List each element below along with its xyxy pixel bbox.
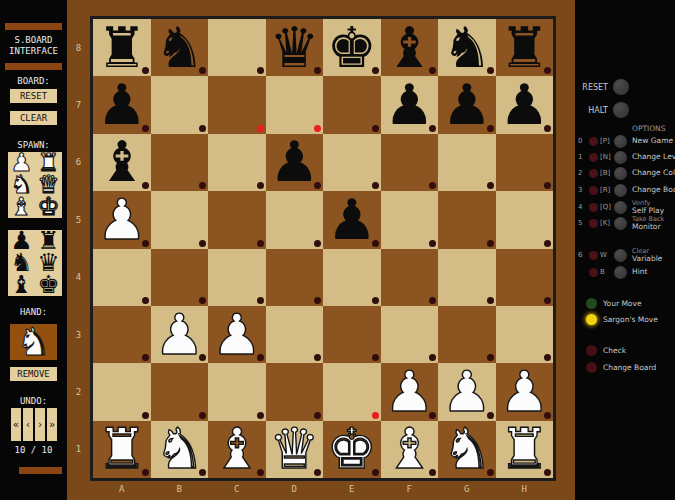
square-f7[interactable]: ♟ [381, 76, 439, 133]
square-e4[interactable] [323, 249, 381, 306]
decor-bar-mid [5, 63, 62, 70]
square-e3[interactable] [323, 306, 381, 363]
decor-bar-top [5, 23, 62, 30]
option-led-change-color [589, 169, 598, 178]
sensor-dot-c5 [257, 240, 264, 247]
sensor-dot-a4 [142, 297, 149, 304]
square-a7[interactable]: ♟ [93, 76, 151, 133]
sensor-dot-e2 [372, 412, 379, 419]
square-a5[interactable]: ♟ [93, 191, 151, 248]
square-b4[interactable] [151, 249, 209, 306]
file-labels: ABCDEFGH [93, 481, 553, 497]
sensor-dot-f3 [429, 354, 436, 361]
sensor-dot-e7 [372, 125, 379, 132]
square-c1[interactable]: ♝ [208, 421, 266, 478]
square-b8[interactable]: ♞ [151, 19, 209, 76]
option-row-change-board: 3[R]Change Board [575, 182, 675, 198]
square-a1[interactable]: ♜ [93, 421, 151, 478]
file-label-f: F [381, 481, 439, 497]
option-index: 4 [578, 199, 587, 215]
spawn-tray-white: ♟♜♞♛♝♚ [8, 152, 62, 218]
sensor-dot-d8 [314, 67, 321, 74]
square-c7[interactable] [208, 76, 266, 133]
black-pawn: ♟ [438, 76, 496, 133]
spawn-black-bishop[interactable]: ♝ [8, 274, 35, 296]
status-label-your-move: Your Move [603, 297, 642, 310]
sensor-dot-d5 [314, 240, 321, 247]
square-b3[interactable]: ♟ [151, 306, 209, 363]
status-row-your-move: Your Move [575, 297, 675, 310]
sensor-dot-f5 [429, 240, 436, 247]
rank-label-5: 5 [67, 191, 90, 248]
square-f4[interactable] [381, 249, 439, 306]
option-led-change-level [589, 153, 598, 162]
option-key-label: B [600, 264, 615, 280]
square-h1[interactable]: ♜ [496, 421, 554, 478]
file-label-e: E [323, 481, 381, 497]
square-b2[interactable] [151, 363, 209, 420]
undo-counter: 10 / 10 [0, 445, 67, 455]
rank-label-7: 7 [67, 76, 90, 133]
option-button-change-board[interactable] [614, 184, 627, 197]
sensor-dot-g4 [487, 297, 494, 304]
sensor-dot-f1 [429, 469, 436, 476]
halt-label: HALT [575, 106, 608, 115]
option-row-new-game: 0[P]New Game [575, 133, 675, 149]
square-d8[interactable]: ♛ [266, 19, 324, 76]
option-row-change-level: 1[N]Change Level [575, 149, 675, 165]
undo-start-button[interactable]: « [11, 408, 21, 441]
square-g7[interactable]: ♟ [438, 76, 496, 133]
option-button-new-game[interactable] [614, 135, 627, 148]
square-e6[interactable] [323, 134, 381, 191]
decor-bar-bottom [19, 467, 62, 474]
spawn-white-king[interactable]: ♚ [35, 196, 62, 218]
sensor-dot-d2 [314, 412, 321, 419]
square-h4[interactable] [496, 249, 554, 306]
option-led-self-play [589, 203, 598, 212]
option-key-label: [N] [600, 149, 615, 165]
option-index: 1 [578, 149, 587, 165]
rank-label-8: 8 [67, 19, 90, 76]
sensor-dot-e3 [372, 354, 379, 361]
sensor-dot-c4 [257, 297, 264, 304]
option-led-hint [589, 268, 598, 277]
sensor-dot-e6 [372, 182, 379, 189]
black-pawn: ♟ [93, 76, 151, 133]
status-led-your-move [586, 298, 597, 309]
square-a4[interactable] [93, 249, 151, 306]
square-e1[interactable]: ♚ [323, 421, 381, 478]
option-row-variable: 6WClearVariable [575, 247, 675, 263]
rank-label-2: 2 [67, 363, 90, 420]
sensor-dot-g1 [487, 469, 494, 476]
rank-label-4: 4 [67, 249, 90, 306]
sensor-dot-d1 [314, 469, 321, 476]
undo-back-button[interactable]: ‹ [23, 408, 33, 441]
left-sidebar: S.BOARD INTERFACE BOARD: RESET CLEAR SPA… [0, 0, 67, 500]
sensor-dot-c6 [257, 182, 264, 189]
status-led-change-board [586, 362, 597, 373]
square-h6[interactable] [496, 134, 554, 191]
sensor-dot-b4 [199, 297, 206, 304]
sensor-dot-b8 [199, 67, 206, 74]
halt-row: HALT [575, 102, 675, 118]
option-button-change-level[interactable] [614, 151, 627, 164]
sensor-dot-d7 [314, 125, 321, 132]
square-g2[interactable]: ♟ [438, 363, 496, 420]
undo-forward-button[interactable]: › [35, 408, 45, 441]
sensor-dot-b5 [199, 240, 206, 247]
rank-label-3: 3 [67, 306, 90, 363]
square-h8[interactable]: ♜ [496, 19, 554, 76]
sensor-dot-h4 [544, 297, 551, 304]
square-c2[interactable] [208, 363, 266, 420]
board-clear-button[interactable]: CLEAR [10, 111, 57, 125]
option-index: 2 [578, 165, 587, 181]
sensor-dot-d4 [314, 297, 321, 304]
square-f8[interactable]: ♝ [381, 19, 439, 76]
square-d7[interactable] [266, 76, 324, 133]
square-f6[interactable] [381, 134, 439, 191]
sensor-dot-f4 [429, 297, 436, 304]
square-f5[interactable] [381, 191, 439, 248]
square-c5[interactable] [208, 191, 266, 248]
option-button-variable[interactable] [614, 249, 627, 262]
square-c3[interactable]: ♟ [208, 306, 266, 363]
right-panel: RESET HALT OPTIONS 0[P]New Game1[N]Chang… [575, 0, 675, 500]
square-f3[interactable] [381, 306, 439, 363]
spawn-tray-black: ♟♜♞♛♝♚ [8, 230, 62, 296]
sensor-dot-c2 [257, 412, 264, 419]
option-label: Change Board [632, 186, 675, 194]
option-label: Change Level [632, 153, 675, 161]
reset-button[interactable] [613, 79, 629, 95]
board-reset-button[interactable]: RESET [10, 89, 57, 103]
square-d6[interactable]: ♟ [266, 134, 324, 191]
square-g8[interactable]: ♞ [438, 19, 496, 76]
sensor-dot-g7 [487, 125, 494, 132]
option-led-new-game [589, 137, 598, 146]
status-label-sargon-s-move: Sargon's Move [603, 313, 658, 326]
square-e7[interactable] [323, 76, 381, 133]
sensor-dot-a1 [142, 469, 149, 476]
sargon-chess-interface: S.BOARD INTERFACE BOARD: RESET CLEAR SPA… [0, 0, 675, 500]
rank-label-6: 6 [67, 134, 90, 191]
sensor-dot-b2 [199, 412, 206, 419]
option-led-variable [589, 251, 598, 260]
square-b5[interactable] [151, 191, 209, 248]
square-a2[interactable] [93, 363, 151, 420]
options-title: OPTIONS [632, 124, 666, 133]
sensor-dot-c3 [257, 354, 264, 361]
sensor-dot-b7 [199, 125, 206, 132]
sensor-dot-c1 [257, 469, 264, 476]
sensor-dot-c7 [257, 125, 264, 132]
option-key-label: [R] [600, 182, 615, 198]
reset-label: RESET [575, 83, 608, 92]
white-pawn: ♟ [93, 191, 151, 248]
square-g3[interactable] [438, 306, 496, 363]
sensor-dot-h1 [544, 469, 551, 476]
hand-section-label: HAND: [0, 307, 67, 317]
option-label: Change Color [632, 169, 675, 177]
sensor-dot-h7 [544, 125, 551, 132]
sensor-dot-h3 [544, 354, 551, 361]
undo-end-button[interactable]: » [47, 408, 57, 441]
square-e8[interactable]: ♚ [323, 19, 381, 76]
option-index: 6 [578, 247, 587, 263]
sensor-dot-a2 [142, 412, 149, 419]
sensor-dot-f8 [429, 67, 436, 74]
square-c4[interactable] [208, 249, 266, 306]
status-led-sargon-s-move [586, 314, 597, 325]
sensor-dot-f6 [429, 182, 436, 189]
file-label-b: B [151, 481, 209, 497]
option-key-label: [P] [600, 133, 615, 149]
square-g5[interactable] [438, 191, 496, 248]
sensor-dot-d3 [314, 354, 321, 361]
square-h7[interactable]: ♟ [496, 76, 554, 133]
sensor-dot-e1 [372, 469, 379, 476]
option-button-monitor[interactable] [614, 217, 627, 230]
option-led-change-board [589, 186, 598, 195]
sensor-dot-b6 [199, 182, 206, 189]
option-index: 3 [578, 182, 587, 198]
option-label: Hint [632, 268, 647, 276]
sensor-dot-f7 [429, 125, 436, 132]
sensor-dot-g3 [487, 354, 494, 361]
square-d4[interactable] [266, 249, 324, 306]
option-index: 5 [578, 215, 587, 231]
sensor-dot-g6 [487, 182, 494, 189]
sensor-dot-e4 [372, 297, 379, 304]
square-d3[interactable] [266, 306, 324, 363]
option-key-label: [Q] [600, 199, 615, 215]
option-label: VerifySelf Play [632, 200, 664, 215]
square-d5[interactable] [266, 191, 324, 248]
file-label-a: A [93, 481, 151, 497]
square-g1[interactable]: ♞ [438, 421, 496, 478]
sensor-dot-g5 [487, 240, 494, 247]
sensor-dot-b3 [199, 354, 206, 361]
option-button-self-play[interactable] [614, 201, 627, 214]
sensor-dot-e5 [372, 240, 379, 247]
status-row-sargon-s-move: Sargon's Move [575, 313, 675, 326]
status-led-check [586, 345, 597, 356]
option-index: 0 [578, 133, 587, 149]
square-h2[interactable]: ♟ [496, 363, 554, 420]
square-d1[interactable]: ♛ [266, 421, 324, 478]
white-knight-in-hand-icon: ♞ [16, 324, 50, 360]
board-section-label: BOARD: [0, 76, 67, 86]
chess-board: ♜♞♛♚♝♞♜♟♟♟♟♝♟♟♟♟♟♟♟♟♜♞♝♛♚♝♞♜ [90, 16, 556, 481]
square-b7[interactable] [151, 76, 209, 133]
square-c8[interactable] [208, 19, 266, 76]
option-key-label: [K] [600, 215, 615, 231]
file-label-d: D [266, 481, 324, 497]
sensor-dot-f2 [429, 412, 436, 419]
sensor-dot-h5 [544, 240, 551, 247]
square-b1[interactable]: ♞ [151, 421, 209, 478]
square-e5[interactable]: ♟ [323, 191, 381, 248]
square-a8[interactable]: ♜ [93, 19, 151, 76]
square-f1[interactable]: ♝ [381, 421, 439, 478]
square-b6[interactable] [151, 134, 209, 191]
sensor-dot-a8 [142, 67, 149, 74]
square-a3[interactable] [93, 306, 151, 363]
rank-label-1: 1 [67, 421, 90, 478]
sensor-dot-a5 [142, 240, 149, 247]
option-row-hint: BHint [575, 264, 675, 280]
undo-controls: «‹›» [11, 408, 57, 441]
halt-button[interactable] [613, 102, 629, 118]
sensor-dot-a6 [142, 182, 149, 189]
sensor-dot-c8 [257, 67, 264, 74]
spawn-white-bishop[interactable]: ♝ [8, 196, 35, 218]
hand-slot[interactable]: ♞ [10, 324, 57, 360]
file-label-c: C [208, 481, 266, 497]
square-g4[interactable] [438, 249, 496, 306]
sensor-dot-g8 [487, 67, 494, 74]
rank-labels: 87654321 [67, 19, 90, 478]
status-label-change-board: Change Board [603, 361, 656, 374]
undo-section-label: UNDO: [0, 396, 67, 406]
sensor-dot-d6 [314, 182, 321, 189]
file-label-h: H [496, 481, 554, 497]
square-d2[interactable] [266, 363, 324, 420]
option-label: ClearVariable [632, 248, 662, 263]
square-h5[interactable] [496, 191, 554, 248]
option-key-label: [B] [600, 165, 615, 181]
status-row-check: Check [575, 344, 675, 357]
app-title-line2: INTERFACE [0, 46, 67, 57]
status-label-check: Check [603, 344, 626, 357]
sensor-dot-a7 [142, 125, 149, 132]
sensor-dot-h2 [544, 412, 551, 419]
file-label-g: G [438, 481, 496, 497]
option-label: Take BackMonitor [632, 216, 664, 231]
option-row-monitor: 5[K]Take BackMonitor [575, 215, 675, 231]
reset-row: RESET [575, 79, 675, 95]
remove-button[interactable]: REMOVE [10, 367, 57, 381]
square-a6[interactable]: ♝ [93, 134, 151, 191]
option-button-change-color[interactable] [614, 167, 627, 180]
option-key-label: W [600, 247, 615, 263]
square-e2[interactable] [323, 363, 381, 420]
square-f2[interactable]: ♟ [381, 363, 439, 420]
square-c6[interactable] [208, 134, 266, 191]
option-label: New Game [632, 137, 673, 145]
option-row-change-color: 2[B]Change Color [575, 165, 675, 181]
sensor-dot-a3 [142, 354, 149, 361]
sensor-dot-b1 [199, 469, 206, 476]
option-button-hint[interactable] [614, 266, 627, 279]
white-pawn: ♟ [438, 363, 496, 420]
sensor-dot-e8 [372, 67, 379, 74]
app-title-line1: S.BOARD [0, 35, 67, 46]
status-row-change-board: Change Board [575, 361, 675, 374]
app-title: S.BOARD INTERFACE [0, 35, 67, 57]
sensor-dot-g2 [487, 412, 494, 419]
sensor-dot-h6 [544, 182, 551, 189]
spawn-black-king[interactable]: ♚ [35, 274, 62, 296]
sensor-dot-h8 [544, 67, 551, 74]
option-led-monitor [589, 219, 598, 228]
square-h3[interactable] [496, 306, 554, 363]
square-g6[interactable] [438, 134, 496, 191]
option-row-self-play: 4[Q]VerifySelf Play [575, 199, 675, 215]
black-pawn: ♟ [323, 191, 381, 248]
